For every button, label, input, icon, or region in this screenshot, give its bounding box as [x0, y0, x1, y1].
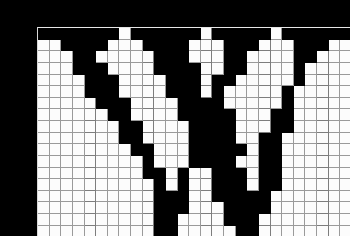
empty-cell-r17c8[interactable] [131, 226, 143, 236]
empty-cell-r9c0[interactable] [38, 133, 50, 145]
empty-cell-r11c24[interactable] [317, 156, 329, 168]
empty-cell-r3c20[interactable] [271, 63, 283, 75]
filled-cell-r0c21[interactable] [282, 28, 294, 40]
filled-cell-r17c18[interactable] [247, 226, 259, 236]
empty-cell-r4c25[interactable] [329, 75, 341, 87]
empty-cell-r8c12[interactable] [178, 121, 190, 133]
empty-cell-r12c25[interactable] [329, 168, 341, 180]
empty-cell-r3c14[interactable] [201, 63, 213, 75]
filled-cell-r16c10[interactable] [154, 214, 166, 226]
filled-cell-r3c10[interactable] [154, 63, 166, 75]
filled-cell-r1c12[interactable] [178, 40, 190, 52]
empty-cell-r17c0[interactable] [38, 226, 50, 236]
empty-cell-r8c1[interactable] [50, 121, 62, 133]
empty-cell-r4c2[interactable] [61, 75, 73, 87]
empty-cell-r8c18[interactable] [247, 121, 259, 133]
empty-cell-r11c26[interactable] [340, 156, 350, 168]
filled-cell-r3c13[interactable] [189, 63, 201, 75]
empty-cell-r13c7[interactable] [119, 179, 131, 191]
empty-cell-r9c4[interactable] [85, 133, 97, 145]
filled-cell-r13c10[interactable] [154, 179, 166, 191]
empty-cell-r17c21[interactable] [282, 226, 294, 236]
empty-cell-r15c15[interactable] [212, 202, 224, 214]
filled-cell-r0c4[interactable] [85, 28, 97, 40]
empty-cell-r12c3[interactable] [73, 168, 85, 180]
empty-cell-r10c24[interactable] [317, 144, 329, 156]
filled-cell-r9c14[interactable] [201, 133, 213, 145]
filled-cell-r6c5[interactable] [96, 98, 108, 110]
filled-cell-r7c12[interactable] [178, 109, 190, 121]
empty-cell-r3c0[interactable] [38, 63, 50, 75]
empty-cell-r11c3[interactable] [73, 156, 85, 168]
empty-cell-r6c19[interactable] [259, 98, 271, 110]
empty-cell-r13c1[interactable] [50, 179, 62, 191]
empty-cell-r2c14[interactable] [201, 51, 213, 63]
empty-cell-r2c9[interactable] [143, 51, 155, 63]
empty-cell-r6c4[interactable] [85, 98, 97, 110]
filled-cell-r16c16[interactable] [224, 214, 236, 226]
filled-cell-r3c5[interactable] [96, 63, 108, 75]
empty-cell-r9c18[interactable] [247, 133, 259, 145]
empty-cell-r12c23[interactable] [305, 168, 317, 180]
filled-cell-r12c20[interactable] [271, 168, 283, 180]
filled-cell-r6c21[interactable] [282, 98, 294, 110]
filled-cell-r8c14[interactable] [201, 121, 213, 133]
filled-cell-r1c2[interactable] [61, 40, 73, 52]
empty-cell-r17c23[interactable] [305, 226, 317, 236]
empty-cell-r11c21[interactable] [282, 156, 294, 168]
filled-cell-r0c24[interactable] [317, 28, 329, 40]
filled-cell-r11c15[interactable] [212, 156, 224, 168]
empty-cell-r1c0[interactable] [38, 40, 50, 52]
empty-cell-r4c20[interactable] [271, 75, 283, 87]
empty-cell-r11c11[interactable] [166, 156, 178, 168]
empty-cell-r12c24[interactable] [317, 168, 329, 180]
empty-cell-r3c1[interactable] [50, 63, 62, 75]
empty-cell-r15c20[interactable] [271, 202, 283, 214]
empty-cell-r16c20[interactable] [271, 214, 283, 226]
empty-cell-r17c5[interactable] [96, 226, 108, 236]
filled-cell-r12c17[interactable] [236, 168, 248, 180]
empty-cell-r2c8[interactable] [131, 51, 143, 63]
filled-cell-r17c17[interactable] [236, 226, 248, 236]
empty-cell-r8c26[interactable] [340, 121, 350, 133]
empty-cell-r9c2[interactable] [61, 133, 73, 145]
empty-cell-r9c1[interactable] [50, 133, 62, 145]
empty-cell-r6c0[interactable] [38, 98, 50, 110]
filled-cell-r0c15[interactable] [212, 28, 224, 40]
empty-cell-r1c20[interactable] [271, 40, 283, 52]
empty-cell-r9c24[interactable] [317, 133, 329, 145]
filled-cell-r1c18[interactable] [247, 40, 259, 52]
filled-cell-r16c11[interactable] [166, 214, 178, 226]
empty-cell-r3c26[interactable] [340, 63, 350, 75]
empty-cell-r4c19[interactable] [259, 75, 271, 87]
empty-cell-r4c1[interactable] [50, 75, 62, 87]
filled-cell-r5c13[interactable] [189, 86, 201, 98]
empty-cell-r15c26[interactable] [340, 202, 350, 214]
filled-cell-r2c16[interactable] [224, 51, 236, 63]
filled-cell-r2c12[interactable] [178, 51, 190, 63]
empty-cell-r8c6[interactable] [108, 121, 120, 133]
filled-cell-r1c9[interactable] [143, 40, 155, 52]
filled-cell-r13c15[interactable] [212, 179, 224, 191]
filled-cell-r4c22[interactable] [294, 75, 306, 87]
filled-cell-r14c10[interactable] [154, 191, 166, 203]
empty-cell-r14c23[interactable] [305, 191, 317, 203]
empty-cell-r4c14[interactable] [201, 75, 213, 87]
filled-cell-r0c11[interactable] [166, 28, 178, 40]
filled-cell-r10c14[interactable] [201, 144, 213, 156]
filled-cell-r0c12[interactable] [178, 28, 190, 40]
filled-cell-r3c22[interactable] [294, 63, 306, 75]
filled-cell-r10c13[interactable] [189, 144, 201, 156]
filled-cell-r17c10[interactable] [154, 226, 166, 236]
empty-cell-r3c24[interactable] [317, 63, 329, 75]
empty-cell-r5c24[interactable] [317, 86, 329, 98]
empty-cell-r17c6[interactable] [108, 226, 120, 236]
empty-cell-r1c6[interactable] [108, 40, 120, 52]
empty-cell-r4c10[interactable] [154, 75, 166, 87]
filled-cell-r5c21[interactable] [282, 86, 294, 98]
filled-cell-r3c3[interactable] [73, 63, 85, 75]
filled-cell-r1c24[interactable] [317, 40, 329, 52]
empty-cell-r6c23[interactable] [305, 98, 317, 110]
empty-cell-r17c16[interactable] [224, 226, 236, 236]
empty-cell-r9c12[interactable] [178, 133, 190, 145]
empty-cell-r3c15[interactable] [212, 63, 224, 75]
empty-cell-r11c2[interactable] [61, 156, 73, 168]
empty-cell-r11c18[interactable] [247, 156, 259, 168]
filled-cell-r1c16[interactable] [224, 40, 236, 52]
empty-cell-r13c22[interactable] [294, 179, 306, 191]
empty-cell-r14c6[interactable] [108, 191, 120, 203]
empty-cell-r14c1[interactable] [50, 191, 62, 203]
filled-cell-r7c13[interactable] [189, 109, 201, 121]
empty-cell-r4c7[interactable] [119, 75, 131, 87]
empty-cell-r14c21[interactable] [282, 191, 294, 203]
filled-cell-r15c18[interactable] [247, 202, 259, 214]
empty-cell-r14c7[interactable] [119, 191, 131, 203]
empty-cell-r2c6[interactable] [108, 51, 120, 63]
empty-cell-r3c7[interactable] [119, 63, 131, 75]
empty-cell-r6c20[interactable] [271, 98, 283, 110]
empty-cell-r7c19[interactable] [259, 109, 271, 121]
filled-cell-r14c17[interactable] [236, 191, 248, 203]
empty-cell-r7c23[interactable] [305, 109, 317, 121]
filled-cell-r16c17[interactable] [236, 214, 248, 226]
empty-cell-r8c23[interactable] [305, 121, 317, 133]
filled-cell-r12c19[interactable] [259, 168, 271, 180]
filled-cell-r0c1[interactable] [50, 28, 62, 40]
empty-cell-r1c7[interactable] [119, 40, 131, 52]
empty-cell-r6c26[interactable] [340, 98, 350, 110]
filled-cell-r1c22[interactable] [294, 40, 306, 52]
empty-cell-r10c12[interactable] [178, 144, 190, 156]
empty-cell-r17c1[interactable] [50, 226, 62, 236]
filled-cell-r10c9[interactable] [143, 144, 155, 156]
filled-cell-r6c7[interactable] [119, 98, 131, 110]
filled-cell-r0c2[interactable] [61, 28, 73, 40]
empty-cell-r14c2[interactable] [61, 191, 73, 203]
filled-cell-r6c6[interactable] [108, 98, 120, 110]
empty-cell-r10c23[interactable] [305, 144, 317, 156]
empty-cell-r10c1[interactable] [50, 144, 62, 156]
filled-cell-r4c13[interactable] [189, 75, 201, 87]
filled-cell-r7c20[interactable] [271, 109, 283, 121]
empty-cell-r2c13[interactable] [189, 51, 201, 63]
filled-cell-r9c8[interactable] [131, 133, 143, 145]
filled-cell-r1c4[interactable] [85, 40, 97, 52]
empty-cell-r8c2[interactable] [61, 121, 73, 133]
filled-cell-r1c17[interactable] [236, 40, 248, 52]
empty-cell-r9c25[interactable] [329, 133, 341, 145]
empty-cell-r1c26[interactable] [340, 40, 350, 52]
empty-cell-r1c1[interactable] [50, 40, 62, 52]
empty-cell-r5c1[interactable] [50, 86, 62, 98]
filled-cell-r10c15[interactable] [212, 144, 224, 156]
empty-cell-r9c10[interactable] [154, 133, 166, 145]
empty-cell-r2c0[interactable] [38, 51, 50, 63]
filled-cell-r15c16[interactable] [224, 202, 236, 214]
empty-cell-r10c2[interactable] [61, 144, 73, 156]
filled-cell-r0c5[interactable] [96, 28, 108, 40]
filled-cell-r0c8[interactable] [131, 28, 143, 40]
empty-cell-r1c25[interactable] [329, 40, 341, 52]
empty-cell-r7c10[interactable] [154, 109, 166, 121]
empty-cell-r10c4[interactable] [85, 144, 97, 156]
empty-cell-r2c1[interactable] [50, 51, 62, 63]
empty-cell-r17c25[interactable] [329, 226, 341, 236]
empty-cell-r14c13[interactable] [189, 191, 201, 203]
filled-cell-r2c3[interactable] [73, 51, 85, 63]
empty-cell-r12c11[interactable] [166, 168, 178, 180]
empty-cell-r6c8[interactable] [131, 98, 143, 110]
empty-cell-r16c4[interactable] [85, 214, 97, 226]
empty-cell-r14c24[interactable] [317, 191, 329, 203]
filled-cell-r1c11[interactable] [166, 40, 178, 52]
filled-cell-r5c5[interactable] [96, 86, 108, 98]
filled-cell-r12c10[interactable] [154, 168, 166, 180]
empty-cell-r0c14[interactable] [201, 28, 213, 40]
filled-cell-r2c10[interactable] [154, 51, 166, 63]
empty-cell-r11c10[interactable] [154, 156, 166, 168]
empty-cell-r16c0[interactable] [38, 214, 50, 226]
filled-cell-r12c15[interactable] [212, 168, 224, 180]
empty-cell-r11c5[interactable] [96, 156, 108, 168]
empty-cell-r4c17[interactable] [236, 75, 248, 87]
empty-cell-r5c2[interactable] [61, 86, 73, 98]
empty-cell-r16c23[interactable] [305, 214, 317, 226]
filled-cell-r0c26[interactable] [340, 28, 350, 40]
empty-cell-r15c24[interactable] [317, 202, 329, 214]
filled-cell-r10c20[interactable] [271, 144, 283, 156]
empty-cell-r17c22[interactable] [294, 226, 306, 236]
empty-cell-r6c11[interactable] [166, 98, 178, 110]
empty-cell-r13c14[interactable] [201, 179, 213, 191]
empty-cell-r1c21[interactable] [282, 40, 294, 52]
filled-cell-r8c21[interactable] [282, 121, 294, 133]
empty-cell-r15c6[interactable] [108, 202, 120, 214]
filled-cell-r13c12[interactable] [178, 179, 190, 191]
empty-cell-r15c3[interactable] [73, 202, 85, 214]
empty-cell-r17c3[interactable] [73, 226, 85, 236]
empty-cell-r5c9[interactable] [143, 86, 155, 98]
empty-cell-r10c18[interactable] [247, 144, 259, 156]
filled-cell-r11c13[interactable] [189, 156, 201, 168]
filled-cell-r9c15[interactable] [212, 133, 224, 145]
filled-cell-r14c15[interactable] [212, 191, 224, 203]
filled-cell-r15c12[interactable] [178, 202, 190, 214]
empty-cell-r15c2[interactable] [61, 202, 73, 214]
empty-cell-r17c20[interactable] [271, 226, 283, 236]
empty-cell-r17c13[interactable] [189, 226, 201, 236]
empty-cell-r8c22[interactable] [294, 121, 306, 133]
filled-cell-r8c8[interactable] [131, 121, 143, 133]
filled-cell-r11c9[interactable] [143, 156, 155, 168]
empty-cell-r12c22[interactable] [294, 168, 306, 180]
empty-cell-r14c14[interactable] [201, 191, 213, 203]
empty-cell-r11c22[interactable] [294, 156, 306, 168]
empty-cell-r5c23[interactable] [305, 86, 317, 98]
filled-cell-r1c5[interactable] [96, 40, 108, 52]
empty-cell-r5c10[interactable] [154, 86, 166, 98]
filled-cell-r3c11[interactable] [166, 63, 178, 75]
filled-cell-r8c13[interactable] [189, 121, 201, 133]
empty-cell-r10c21[interactable] [282, 144, 294, 156]
empty-cell-r3c21[interactable] [282, 63, 294, 75]
filled-cell-r2c4[interactable] [85, 51, 97, 63]
filled-cell-r8c7[interactable] [119, 121, 131, 133]
empty-cell-r3c9[interactable] [143, 63, 155, 75]
filled-cell-r12c12[interactable] [178, 168, 190, 180]
filled-cell-r2c22[interactable] [294, 51, 306, 63]
empty-cell-r2c15[interactable] [212, 51, 224, 63]
filled-cell-r4c16[interactable] [224, 75, 236, 87]
filled-cell-r0c25[interactable] [329, 28, 341, 40]
empty-cell-r15c5[interactable] [96, 202, 108, 214]
filled-cell-r6c13[interactable] [189, 98, 201, 110]
empty-cell-r3c6[interactable] [108, 63, 120, 75]
empty-cell-r7c4[interactable] [85, 109, 97, 121]
empty-cell-r9c9[interactable] [143, 133, 155, 145]
filled-cell-r7c7[interactable] [119, 109, 131, 121]
empty-cell-r6c22[interactable] [294, 98, 306, 110]
empty-cell-r5c18[interactable] [247, 86, 259, 98]
empty-cell-r7c22[interactable] [294, 109, 306, 121]
empty-cell-r15c8[interactable] [131, 202, 143, 214]
filled-cell-r2c11[interactable] [166, 51, 178, 63]
filled-cell-r0c13[interactable] [189, 28, 201, 40]
empty-cell-r15c21[interactable] [282, 202, 294, 214]
empty-cell-r5c20[interactable] [271, 86, 283, 98]
empty-cell-r11c0[interactable] [38, 156, 50, 168]
empty-cell-r9c3[interactable] [73, 133, 85, 145]
empty-cell-r9c6[interactable] [108, 133, 120, 145]
empty-cell-r17c15[interactable] [212, 226, 224, 236]
empty-cell-r13c21[interactable] [282, 179, 294, 191]
empty-cell-r16c3[interactable] [73, 214, 85, 226]
empty-cell-r6c9[interactable] [143, 98, 155, 110]
empty-cell-r14c20[interactable] [271, 191, 283, 203]
empty-cell-r14c3[interactable] [73, 191, 85, 203]
empty-cell-r6c25[interactable] [329, 98, 341, 110]
empty-cell-r16c14[interactable] [201, 214, 213, 226]
empty-cell-r5c0[interactable] [38, 86, 50, 98]
empty-cell-r2c20[interactable] [271, 51, 283, 63]
empty-cell-r5c22[interactable] [294, 86, 306, 98]
empty-cell-r13c5[interactable] [96, 179, 108, 191]
empty-cell-r5c8[interactable] [131, 86, 143, 98]
empty-cell-r11c8[interactable] [131, 156, 143, 168]
empty-cell-r2c19[interactable] [259, 51, 271, 63]
filled-cell-r0c17[interactable] [236, 28, 248, 40]
filled-cell-r14c16[interactable] [224, 191, 236, 203]
empty-cell-r10c26[interactable] [340, 144, 350, 156]
filled-cell-r10c17[interactable] [236, 144, 248, 156]
filled-cell-r9c20[interactable] [271, 133, 283, 145]
empty-cell-r11c1[interactable] [50, 156, 62, 168]
empty-cell-r17c19[interactable] [259, 226, 271, 236]
empty-cell-r5c14[interactable] [201, 86, 213, 98]
filled-cell-r15c19[interactable] [259, 202, 271, 214]
empty-cell-r6c16[interactable] [224, 98, 236, 110]
empty-cell-r13c3[interactable] [73, 179, 85, 191]
empty-cell-r7c25[interactable] [329, 109, 341, 121]
empty-cell-r4c9[interactable] [143, 75, 155, 87]
filled-cell-r9c16[interactable] [224, 133, 236, 145]
empty-cell-r16c24[interactable] [317, 214, 329, 226]
filled-cell-r14c18[interactable] [247, 191, 259, 203]
empty-cell-r10c10[interactable] [154, 144, 166, 156]
empty-cell-r5c25[interactable] [329, 86, 341, 98]
filled-cell-r6c12[interactable] [178, 98, 190, 110]
empty-cell-r7c1[interactable] [50, 109, 62, 121]
filled-cell-r0c22[interactable] [294, 28, 306, 40]
filled-cell-r2c17[interactable] [236, 51, 248, 63]
empty-cell-r13c25[interactable] [329, 179, 341, 191]
empty-cell-r2c24[interactable] [317, 51, 329, 63]
filled-cell-r4c11[interactable] [166, 75, 178, 87]
empty-cell-r4c23[interactable] [305, 75, 317, 87]
empty-cell-r8c9[interactable] [143, 121, 155, 133]
empty-cell-r12c5[interactable] [96, 168, 108, 180]
empty-cell-r13c13[interactable] [189, 179, 201, 191]
empty-cell-r13c6[interactable] [108, 179, 120, 191]
filled-cell-r7c16[interactable] [224, 109, 236, 121]
empty-cell-r4c3[interactable] [73, 75, 85, 87]
filled-cell-r9c19[interactable] [259, 133, 271, 145]
empty-cell-r7c11[interactable] [166, 109, 178, 121]
empty-cell-r14c5[interactable] [96, 191, 108, 203]
empty-cell-r14c22[interactable] [294, 191, 306, 203]
empty-cell-r15c1[interactable] [50, 202, 62, 214]
empty-cell-r13c8[interactable] [131, 179, 143, 191]
filled-cell-r9c13[interactable] [189, 133, 201, 145]
empty-cell-r13c2[interactable] [61, 179, 73, 191]
empty-cell-r13c0[interactable] [38, 179, 50, 191]
empty-cell-r7c18[interactable] [247, 109, 259, 121]
empty-cell-r15c13[interactable] [189, 202, 201, 214]
filled-cell-r10c8[interactable] [131, 144, 143, 156]
empty-cell-r14c8[interactable] [131, 191, 143, 203]
empty-cell-r2c5[interactable] [96, 51, 108, 63]
empty-cell-r7c26[interactable] [340, 109, 350, 121]
empty-cell-r8c0[interactable] [38, 121, 50, 133]
filled-cell-r5c11[interactable] [166, 86, 178, 98]
empty-cell-r16c6[interactable] [108, 214, 120, 226]
empty-cell-r8c5[interactable] [96, 121, 108, 133]
